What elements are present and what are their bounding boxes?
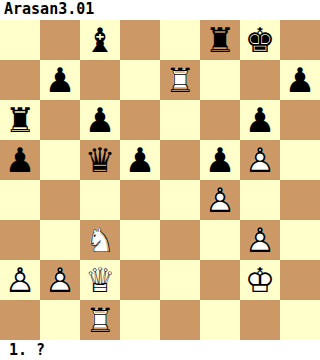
- black-king: ♚︎: [240, 20, 280, 60]
- square-e3[interactable]: [160, 220, 200, 260]
- square-h4[interactable]: [280, 180, 320, 220]
- square-g6[interactable]: ♟︎: [240, 100, 280, 140]
- square-a2[interactable]: ♟︎♙︎: [0, 260, 40, 300]
- square-b2[interactable]: ♟︎♙︎: [40, 260, 80, 300]
- square-f8[interactable]: ♜︎: [200, 20, 240, 60]
- black-bishop: ♝︎: [80, 20, 120, 60]
- square-a5[interactable]: ♟︎: [0, 140, 40, 180]
- black-pawn: ♟︎: [80, 100, 120, 140]
- square-b1[interactable]: [40, 300, 80, 340]
- square-e8[interactable]: [160, 20, 200, 60]
- black-pawn: ♟︎: [120, 140, 160, 180]
- square-h1[interactable]: [280, 300, 320, 340]
- black-rook: ♜︎: [200, 20, 240, 60]
- square-c4[interactable]: [80, 180, 120, 220]
- white-rook: ♖︎: [80, 300, 120, 340]
- square-f2[interactable]: [200, 260, 240, 300]
- white-queen: ♕︎: [80, 260, 120, 300]
- square-e2[interactable]: [160, 260, 200, 300]
- square-c8[interactable]: ♝︎: [80, 20, 120, 60]
- square-d4[interactable]: [120, 180, 160, 220]
- square-h8[interactable]: [280, 20, 320, 60]
- square-h6[interactable]: [280, 100, 320, 140]
- move-prompt: 1. ?: [0, 340, 320, 360]
- square-b6[interactable]: [40, 100, 80, 140]
- square-g5[interactable]: ♟︎♙︎: [240, 140, 280, 180]
- square-g4[interactable]: [240, 180, 280, 220]
- square-a8[interactable]: [0, 20, 40, 60]
- white-pawn: ♙︎: [240, 220, 280, 260]
- square-b3[interactable]: [40, 220, 80, 260]
- square-b8[interactable]: [40, 20, 80, 60]
- square-d8[interactable]: [120, 20, 160, 60]
- white-pawn: ♙︎: [200, 180, 240, 220]
- square-d6[interactable]: [120, 100, 160, 140]
- square-f3[interactable]: [200, 220, 240, 260]
- square-h3[interactable]: [280, 220, 320, 260]
- square-f7[interactable]: [200, 60, 240, 100]
- square-d3[interactable]: [120, 220, 160, 260]
- white-pawn: ♙︎: [240, 140, 280, 180]
- black-rook: ♜︎: [0, 100, 40, 140]
- square-e5[interactable]: [160, 140, 200, 180]
- square-g8[interactable]: ♚︎: [240, 20, 280, 60]
- black-pawn: ♟︎: [200, 140, 240, 180]
- square-b4[interactable]: [40, 180, 80, 220]
- square-e6[interactable]: [160, 100, 200, 140]
- square-a7[interactable]: [0, 60, 40, 100]
- square-c7[interactable]: [80, 60, 120, 100]
- square-h5[interactable]: [280, 140, 320, 180]
- black-pawn: ♟︎: [240, 100, 280, 140]
- square-h2[interactable]: [280, 260, 320, 300]
- square-e4[interactable]: [160, 180, 200, 220]
- square-f1[interactable]: [200, 300, 240, 340]
- square-b7[interactable]: ♟︎: [40, 60, 80, 100]
- white-pawn: ♙︎: [40, 260, 80, 300]
- white-pawn: ♙︎: [0, 260, 40, 300]
- square-e7[interactable]: ♜︎♖︎: [160, 60, 200, 100]
- square-h7[interactable]: ♟︎: [280, 60, 320, 100]
- square-g3[interactable]: ♟︎♙︎: [240, 220, 280, 260]
- square-c5[interactable]: ♛︎: [80, 140, 120, 180]
- square-d7[interactable]: [120, 60, 160, 100]
- chess-board: ♝︎♜︎♚︎♟︎♜︎♖︎♟︎♜︎♟︎♟︎♟︎♛︎♟︎♟︎♟︎♙︎♟︎♙︎♞︎♘︎…: [0, 20, 320, 340]
- window-title: Arasan3.01: [0, 0, 320, 20]
- square-g7[interactable]: [240, 60, 280, 100]
- white-knight: ♘︎: [80, 220, 120, 260]
- square-g1[interactable]: [240, 300, 280, 340]
- white-rook: ♖︎: [160, 60, 200, 100]
- square-d2[interactable]: [120, 260, 160, 300]
- square-a4[interactable]: [0, 180, 40, 220]
- square-f6[interactable]: [200, 100, 240, 140]
- white-king: ♔︎: [240, 260, 280, 300]
- square-c3[interactable]: ♞︎♘︎: [80, 220, 120, 260]
- black-pawn: ♟︎: [280, 60, 320, 100]
- black-pawn: ♟︎: [40, 60, 80, 100]
- square-d5[interactable]: ♟︎: [120, 140, 160, 180]
- square-a3[interactable]: [0, 220, 40, 260]
- black-pawn: ♟︎: [0, 140, 40, 180]
- square-e1[interactable]: [160, 300, 200, 340]
- square-g2[interactable]: ♚︎♔︎: [240, 260, 280, 300]
- square-b5[interactable]: [40, 140, 80, 180]
- black-queen: ♛︎: [80, 140, 120, 180]
- square-f5[interactable]: ♟︎: [200, 140, 240, 180]
- square-a1[interactable]: [0, 300, 40, 340]
- square-c1[interactable]: ♜︎♖︎: [80, 300, 120, 340]
- square-d1[interactable]: [120, 300, 160, 340]
- square-c2[interactable]: ♛︎♕︎: [80, 260, 120, 300]
- square-a6[interactable]: ♜︎: [0, 100, 40, 140]
- square-c6[interactable]: ♟︎: [80, 100, 120, 140]
- square-f4[interactable]: ♟︎♙︎: [200, 180, 240, 220]
